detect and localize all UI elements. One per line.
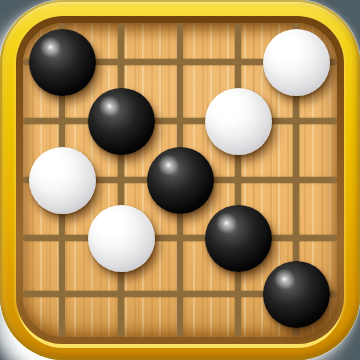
stones-layer — [0, 0, 360, 360]
stone-black — [205, 205, 272, 272]
stone-black — [88, 88, 155, 155]
stone-black — [29, 29, 96, 96]
stone-white — [29, 147, 96, 214]
stone-white — [263, 29, 330, 96]
stone-white — [88, 205, 155, 272]
stone-white — [205, 88, 272, 155]
stone-black — [147, 147, 214, 214]
stone-black — [263, 261, 330, 328]
app-icon[interactable] — [0, 0, 360, 360]
